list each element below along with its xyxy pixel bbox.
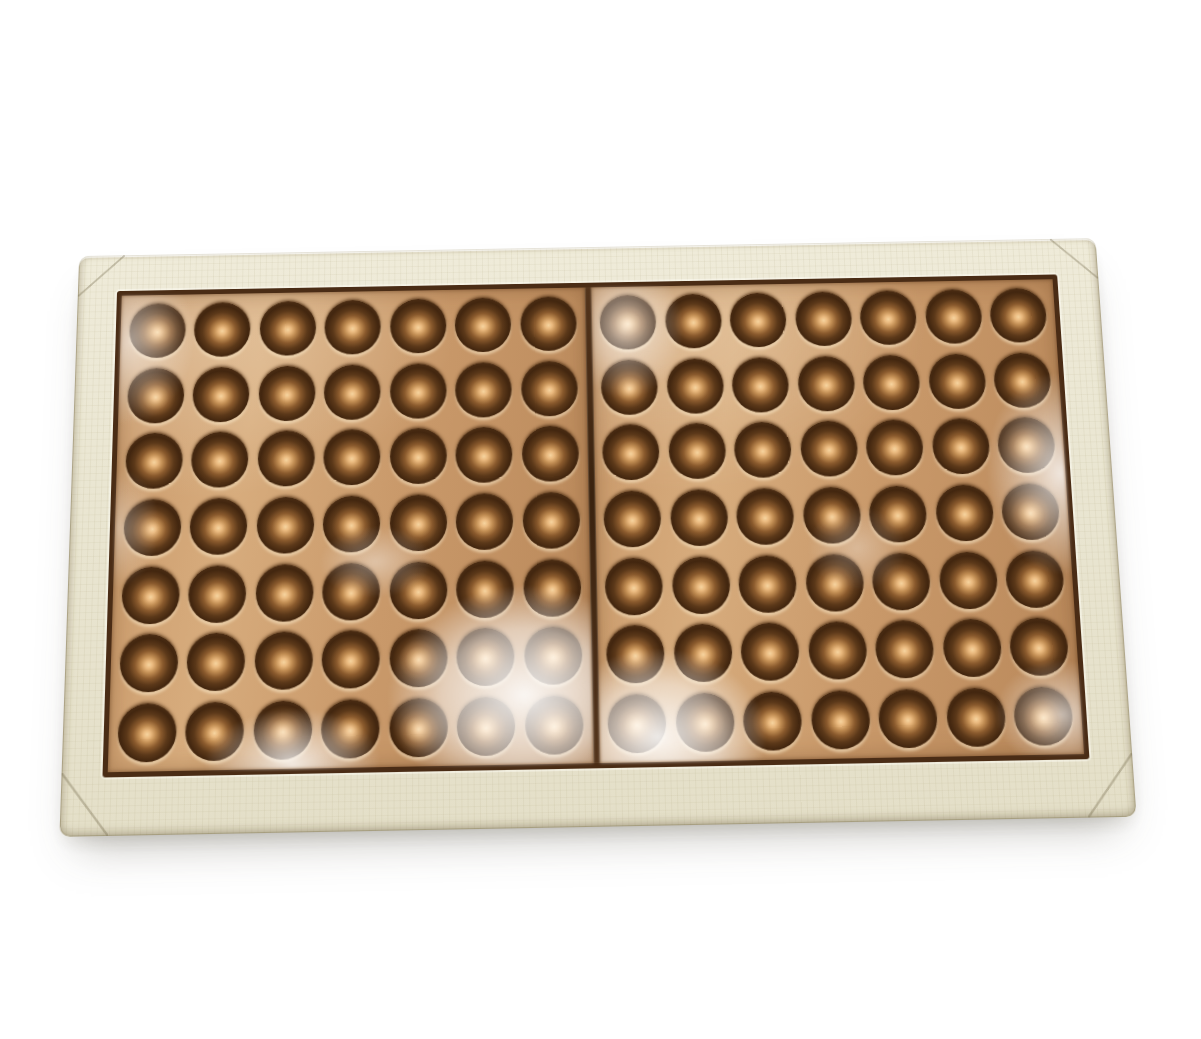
pit-left-r5c3[interactable]	[255, 563, 313, 621]
frame-miter-bottom-left	[59, 772, 109, 837]
pit-right-r4c1[interactable]	[604, 490, 662, 547]
pit-right-r1c6[interactable]	[924, 289, 983, 344]
pit-right-r4c7[interactable]	[1001, 483, 1061, 540]
pit-left-r3c5[interactable]	[390, 428, 447, 485]
pit-right-r5c7[interactable]	[1005, 550, 1066, 608]
pit-left-r2c5[interactable]	[390, 363, 446, 419]
pit-left-r3c2[interactable]	[191, 432, 249, 489]
pit-right-r6c4[interactable]	[808, 621, 868, 680]
pit-right-r6c6[interactable]	[942, 619, 1003, 678]
pit-right-r3c7[interactable]	[997, 417, 1057, 474]
pit-left-r6c1[interactable]	[119, 634, 178, 693]
pit-right-r7c5[interactable]	[878, 689, 939, 749]
pit-left-r3c3[interactable]	[257, 431, 314, 488]
pit-right-r2c5[interactable]	[862, 355, 921, 411]
pit-left-r7c4[interactable]	[321, 699, 379, 759]
pit-left-r2c1[interactable]	[127, 368, 185, 424]
pit-right-r3c4[interactable]	[800, 421, 859, 478]
pit-right-r1c1[interactable]	[600, 295, 657, 350]
pit-right-r2c2[interactable]	[666, 358, 724, 414]
pit-right-r3c5[interactable]	[865, 420, 924, 477]
pit-right-r2c4[interactable]	[797, 356, 855, 412]
pit-left-r6c2[interactable]	[187, 633, 246, 692]
pit-right-r5c6[interactable]	[938, 551, 998, 609]
pit-left-r4c3[interactable]	[256, 497, 314, 554]
pit-right-r7c4[interactable]	[810, 690, 871, 750]
pit-right-r1c7[interactable]	[989, 288, 1048, 343]
pit-left-r3c7[interactable]	[522, 426, 579, 483]
pit-left-r6c7[interactable]	[524, 626, 583, 685]
pit-left-r5c1[interactable]	[121, 566, 180, 624]
pit-right-r7c1[interactable]	[608, 694, 667, 754]
pit-left-r5c6[interactable]	[456, 560, 514, 618]
pit-left-r3c1[interactable]	[125, 433, 183, 490]
pit-left-r1c5[interactable]	[390, 299, 446, 354]
pit-right-r7c2[interactable]	[675, 692, 735, 752]
pit-left-r3c4[interactable]	[324, 429, 381, 486]
pit-left-r4c4[interactable]	[323, 495, 380, 552]
panel-right	[591, 279, 1084, 763]
pit-right-r3c2[interactable]	[668, 423, 726, 480]
pit-right-r6c7[interactable]	[1009, 617, 1070, 676]
pit-right-r6c3[interactable]	[740, 622, 800, 681]
pit-right-r2c7[interactable]	[993, 352, 1053, 408]
pit-right-r1c2[interactable]	[665, 294, 722, 349]
pit-left-r1c6[interactable]	[455, 298, 511, 353]
pit-left-r3c6[interactable]	[456, 427, 513, 484]
pit-right-r1c4[interactable]	[794, 292, 852, 347]
pit-left-r5c4[interactable]	[322, 562, 380, 620]
frame-miter-top-right	[1050, 238, 1098, 279]
pit-right-r7c6[interactable]	[945, 687, 1006, 747]
pit-right-r5c1[interactable]	[605, 557, 664, 615]
pit-left-r1c4[interactable]	[325, 300, 381, 355]
pit-right-r3c3[interactable]	[734, 422, 793, 479]
pit-left-r6c3[interactable]	[254, 631, 312, 690]
pit-left-r1c3[interactable]	[259, 301, 316, 356]
pit-right-r6c2[interactable]	[673, 624, 732, 683]
frame-miter-bottom-right	[1084, 753, 1137, 817]
pit-left-r4c2[interactable]	[190, 498, 248, 555]
pit-right-r3c6[interactable]	[931, 418, 991, 475]
pit-left-r6c6[interactable]	[457, 628, 515, 687]
pit-right-r5c4[interactable]	[805, 553, 865, 611]
pit-left-r6c4[interactable]	[322, 630, 380, 689]
pit-left-r1c1[interactable]	[129, 303, 186, 358]
pit-right-r1c3[interactable]	[730, 293, 788, 348]
pit-right-r4c2[interactable]	[670, 489, 729, 546]
pit-right-r6c5[interactable]	[875, 620, 935, 679]
pit-left-r2c4[interactable]	[324, 364, 381, 420]
pit-right-r3c1[interactable]	[602, 424, 660, 481]
pit-right-r4c5[interactable]	[868, 485, 928, 542]
photo-background	[0, 0, 1201, 1039]
pit-left-r7c5[interactable]	[389, 698, 447, 758]
pit-right-r4c3[interactable]	[736, 488, 795, 545]
pit-right-r7c7[interactable]	[1013, 686, 1075, 746]
pit-right-r2c1[interactable]	[601, 359, 658, 415]
pit-right-r2c3[interactable]	[732, 357, 790, 413]
pit-left-r2c7[interactable]	[521, 361, 578, 417]
pit-left-r2c3[interactable]	[258, 365, 315, 421]
pit-left-r4c7[interactable]	[522, 492, 580, 549]
pit-left-r6c5[interactable]	[389, 629, 447, 688]
pit-right-r4c4[interactable]	[802, 487, 861, 544]
pit-left-r7c6[interactable]	[457, 696, 516, 756]
pit-right-r6c1[interactable]	[606, 625, 665, 684]
pit-left-r7c2[interactable]	[185, 701, 244, 761]
pit-right-r2c6[interactable]	[928, 353, 987, 409]
pit-right-r5c2[interactable]	[672, 556, 731, 614]
pit-right-r7c3[interactable]	[743, 691, 803, 751]
pit-left-r4c5[interactable]	[390, 494, 447, 551]
pit-left-r1c2[interactable]	[194, 302, 251, 357]
panel-left	[108, 288, 593, 773]
pit-left-r2c2[interactable]	[193, 367, 250, 423]
pit-right-r4c6[interactable]	[935, 484, 995, 541]
pit-left-r5c5[interactable]	[390, 561, 448, 619]
pit-left-r4c1[interactable]	[123, 499, 181, 556]
game-board-frame	[59, 238, 1136, 837]
pit-right-r1c5[interactable]	[859, 290, 917, 345]
pit-left-r5c7[interactable]	[523, 559, 581, 617]
pit-right-r5c3[interactable]	[738, 555, 797, 613]
pit-left-r2c6[interactable]	[455, 362, 512, 418]
pit-left-r7c7[interactable]	[525, 695, 584, 755]
pit-left-r7c1[interactable]	[117, 703, 177, 763]
pit-left-r7c3[interactable]	[253, 700, 312, 760]
pit-left-r5c2[interactable]	[188, 565, 246, 623]
pit-left-r1c7[interactable]	[520, 296, 577, 351]
pit-right-r5c5[interactable]	[871, 552, 931, 610]
pit-left-r4c6[interactable]	[456, 493, 513, 550]
board-inner-tray	[102, 274, 1089, 777]
